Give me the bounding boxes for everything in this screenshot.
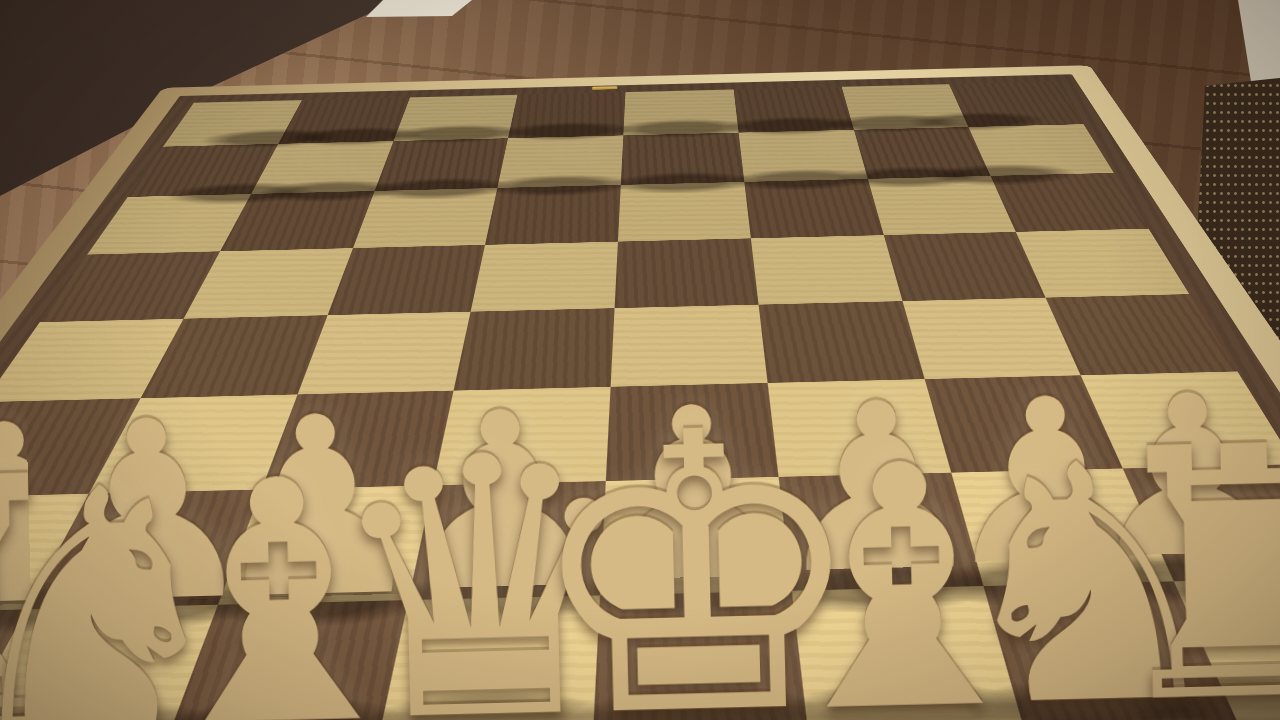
board-projection-stage: ♜♞♝♛♚♝♞♜♟♟♟♟♟♟♟♟♟♟♟♟♟♟♟♟♜♞♝♛♚♝♞♜: [0, 0, 1280, 720]
photo-scene: ♜♞♝♛♚♝♞♜♟♟♟♟♟♟♟♟♟♟♟♟♟♟♟♟♜♞♝♛♚♝♞♜: [0, 0, 1280, 720]
pieces-layer: ♜♞♝♛♚♝♞♜♟♟♟♟♟♟♟♟♟♟♟♟♟♟♟♟♜♞♝♛♚♝♞♜: [0, 65, 1280, 720]
chess-board: ♜♞♝♛♚♝♞♜♟♟♟♟♟♟♟♟♟♟♟♟♟♟♟♟♜♞♝♛♚♝♞♜: [0, 65, 1280, 720]
piece-white-rook-h1: ♜: [969, 18, 1280, 710]
